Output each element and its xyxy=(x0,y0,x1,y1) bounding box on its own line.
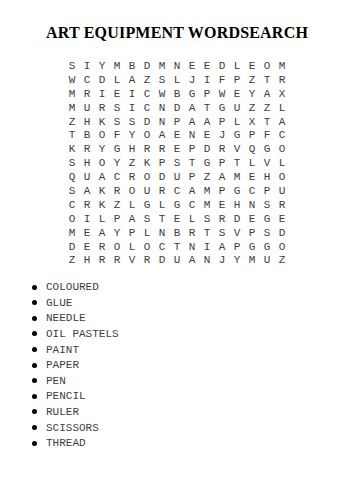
grid-cell: A xyxy=(95,170,110,184)
grid-cell: P xyxy=(245,128,260,142)
grid-cell: G xyxy=(215,101,230,115)
word-label: COLOURED xyxy=(46,281,99,293)
grid-cell: G xyxy=(200,156,215,170)
grid-cell: A xyxy=(95,226,110,240)
grid-cell: Z xyxy=(125,156,140,170)
grid-cell: V xyxy=(230,142,245,156)
grid-cell: H xyxy=(230,198,245,212)
grid-cell: R xyxy=(185,226,200,240)
grid-cell: A xyxy=(260,87,275,101)
grid-cell: O xyxy=(95,128,110,142)
grid-cell: U xyxy=(170,170,185,184)
grid-cell: A xyxy=(125,73,140,87)
grid-cell: J xyxy=(215,253,230,267)
grid-cell: G xyxy=(260,240,275,254)
grid-cell: O xyxy=(275,170,290,184)
grid-cell: L xyxy=(185,212,200,226)
grid-cell: K xyxy=(140,156,155,170)
bullet-icon xyxy=(32,394,37,399)
grid-cell: E xyxy=(230,87,245,101)
word-label: OIL PASTELS xyxy=(46,328,119,340)
grid-cell: J xyxy=(185,73,200,87)
grid-cell: S xyxy=(65,59,80,73)
grid-cell: E xyxy=(275,212,290,226)
grid-cell: T xyxy=(260,73,275,87)
word-label: PENCIL xyxy=(46,390,86,402)
grid-cell: M xyxy=(275,59,290,73)
grid-cell: L xyxy=(125,240,140,254)
grid-cell: K xyxy=(95,115,110,129)
grid-cell: J xyxy=(215,128,230,142)
grid-cell: N xyxy=(155,226,170,240)
grid-cell: P xyxy=(125,226,140,240)
word-list-item: PEN xyxy=(32,373,354,389)
grid-cell: X xyxy=(245,115,260,129)
grid-cell: C xyxy=(140,87,155,101)
grid-cell: A xyxy=(215,170,230,184)
grid-cell: P xyxy=(185,170,200,184)
grid-cell: G xyxy=(260,212,275,226)
grid-cell: T xyxy=(200,226,215,240)
grid-cell: Q xyxy=(65,170,80,184)
grid-cell: O xyxy=(95,156,110,170)
grid-cell: M xyxy=(245,253,260,267)
bullet-icon xyxy=(32,347,37,352)
grid-cell: V xyxy=(230,226,245,240)
grid-cell: S xyxy=(215,226,230,240)
grid-cell: R xyxy=(140,253,155,267)
grid-cell: N xyxy=(155,101,170,115)
grid-cell: Z xyxy=(275,253,290,267)
grid-cell: W xyxy=(65,73,80,87)
grid-cell: D xyxy=(155,253,170,267)
grid-cell: S xyxy=(110,101,125,115)
grid-cell: W xyxy=(215,87,230,101)
bullet-icon xyxy=(32,378,37,383)
grid-cell: C xyxy=(170,184,185,198)
word-label: PAINT xyxy=(46,344,79,356)
grid-cell: M xyxy=(200,184,215,198)
bullet-icon xyxy=(32,300,37,305)
grid-cell: S xyxy=(170,156,185,170)
word-list-item: COLOURED xyxy=(32,279,354,295)
grid-cell: R xyxy=(80,142,95,156)
grid-cell: D xyxy=(95,73,110,87)
grid-cell: O xyxy=(275,142,290,156)
grid-cell: G xyxy=(185,87,200,101)
grid-cell: Q xyxy=(245,142,260,156)
grid-cell: L xyxy=(275,156,290,170)
grid-cell: H xyxy=(260,170,275,184)
word-label: GLUE xyxy=(46,297,72,309)
grid-cell: L xyxy=(125,198,140,212)
grid-cell: D xyxy=(140,115,155,129)
grid-cell: U xyxy=(275,184,290,198)
bullet-icon xyxy=(32,363,37,368)
grid-cell: C xyxy=(140,101,155,115)
grid-cell: T xyxy=(260,115,275,129)
grid-cell: I xyxy=(125,87,140,101)
grid-cell: S xyxy=(65,156,80,170)
grid-cell: P xyxy=(110,212,125,226)
grid-cell: K xyxy=(95,184,110,198)
grid-cell: Z xyxy=(65,253,80,267)
grid-cell: C xyxy=(185,198,200,212)
grid-cell: E xyxy=(170,212,185,226)
grid-cell: Z xyxy=(260,101,275,115)
grid-cell: E xyxy=(80,226,95,240)
grid-cell: C xyxy=(110,170,125,184)
bullet-icon xyxy=(32,425,37,430)
grid-cell: C xyxy=(80,73,95,87)
grid-cell: R xyxy=(80,198,95,212)
grid-cell: S xyxy=(200,212,215,226)
grid-cell: O xyxy=(260,59,275,73)
grid-cell: N xyxy=(170,59,185,73)
word-label: THREAD xyxy=(46,437,86,449)
grid-cell: L xyxy=(230,59,245,73)
grid-cell: S xyxy=(110,115,125,129)
puzzle-title: ART EQUIPMENT WORDSEARCH xyxy=(0,0,354,42)
grid-cell: I xyxy=(200,73,215,87)
grid-cell: R xyxy=(275,198,290,212)
grid-cell: R xyxy=(110,184,125,198)
grid-cell: S xyxy=(260,226,275,240)
bullet-icon xyxy=(32,409,37,414)
grid-cell: O xyxy=(140,128,155,142)
grid-cell: D xyxy=(200,142,215,156)
grid-cell: E xyxy=(200,59,215,73)
grid-cell: R xyxy=(215,142,230,156)
worksheet-page: ART EQUIPMENT WORDSEARCH SIYMBDMNEEDLEOM… xyxy=(0,0,354,500)
grid-cell: P xyxy=(230,73,245,87)
grid-cell: R xyxy=(95,253,110,267)
grid-cell: P xyxy=(245,226,260,240)
word-list-item: OIL PASTELS xyxy=(32,326,354,342)
grid-cell: Y xyxy=(95,59,110,73)
grid-cell: A xyxy=(275,115,290,129)
word-list: COLOUREDGLUENEEDLEOIL PASTELSPAINTPAPERP… xyxy=(0,279,354,451)
grid-cell: N xyxy=(185,240,200,254)
grid-cell: G xyxy=(260,142,275,156)
word-list-item: PAPER xyxy=(32,357,354,373)
grid-cell: P xyxy=(185,142,200,156)
grid-cell: H xyxy=(125,142,140,156)
grid-cell: Z xyxy=(245,101,260,115)
word-list-item: RULER xyxy=(32,404,354,420)
word-label: SCISSORS xyxy=(46,422,99,434)
grid-cell: V xyxy=(260,156,275,170)
grid-cell: N xyxy=(200,253,215,267)
grid-cell: P xyxy=(260,184,275,198)
grid-cell: R xyxy=(155,184,170,198)
word-label: NEEDLE xyxy=(46,312,86,324)
grid-cell: A xyxy=(185,184,200,198)
grid-cell: A xyxy=(185,101,200,115)
grid-cell: S xyxy=(140,212,155,226)
grid-cell: P xyxy=(230,240,245,254)
grid-cell: Z xyxy=(110,198,125,212)
word-label: PEN xyxy=(46,375,66,387)
grid-cell: S xyxy=(155,73,170,87)
grid-cell: M xyxy=(155,59,170,73)
grid-cell: D xyxy=(215,59,230,73)
bullet-icon xyxy=(32,285,37,290)
grid-cell: D xyxy=(65,240,80,254)
grid-cell: X xyxy=(275,87,290,101)
grid-cell: Z xyxy=(200,170,215,184)
grid-cell: B xyxy=(170,226,185,240)
grid-cell: W xyxy=(155,87,170,101)
grid-cell: E xyxy=(170,142,185,156)
grid-cell: E xyxy=(185,59,200,73)
bullet-icon xyxy=(32,316,37,321)
grid-cell: Z xyxy=(65,115,80,129)
grid-cell: L xyxy=(245,156,260,170)
grid-cell: K xyxy=(95,198,110,212)
grid-cell: R xyxy=(140,142,155,156)
grid-cell: I xyxy=(125,101,140,115)
bullet-icon xyxy=(32,331,37,336)
grid-cell: Y xyxy=(110,156,125,170)
grid-cell: A xyxy=(125,212,140,226)
grid-cell: L xyxy=(95,212,110,226)
grid-cell: Y xyxy=(95,142,110,156)
grid-cell: R xyxy=(110,253,125,267)
grid-cell: O xyxy=(125,184,140,198)
grid-cell: R xyxy=(95,101,110,115)
grid-cell: U xyxy=(80,170,95,184)
grid-cell: G xyxy=(110,142,125,156)
grid-cell: R xyxy=(275,73,290,87)
grid-cell: E xyxy=(200,128,215,142)
grid-cell: C xyxy=(245,184,260,198)
grid-cell: S xyxy=(65,184,80,198)
grid-cell: A xyxy=(215,240,230,254)
grid-cell: D xyxy=(230,212,245,226)
grid-cell: N xyxy=(185,128,200,142)
grid-cell: L xyxy=(155,198,170,212)
grid-cell: P xyxy=(215,184,230,198)
grid-cell: O xyxy=(110,240,125,254)
grid-cell: O xyxy=(65,212,80,226)
grid-cell: E xyxy=(245,59,260,73)
grid-cell: M xyxy=(65,87,80,101)
grid-cell: L xyxy=(170,73,185,87)
grid-cell: V xyxy=(125,253,140,267)
grid-cell: Y xyxy=(110,226,125,240)
word-list-item: SCISSORS xyxy=(32,420,354,436)
grid-cell: O xyxy=(140,170,155,184)
word-list-item: PENCIL xyxy=(32,389,354,405)
bullet-icon xyxy=(32,441,37,446)
grid-cell: A xyxy=(185,253,200,267)
grid-cell: E xyxy=(245,170,260,184)
grid-cell: G xyxy=(170,198,185,212)
grid-cell: C xyxy=(275,128,290,142)
grid-cell: R xyxy=(95,240,110,254)
grid-cell: L xyxy=(140,226,155,240)
grid-cell: R xyxy=(155,142,170,156)
grid-cell: D xyxy=(275,226,290,240)
grid-cell: I xyxy=(95,87,110,101)
grid-cell: T xyxy=(200,101,215,115)
grid-cell: P xyxy=(200,87,215,101)
grid-cell: Y xyxy=(245,87,260,101)
word-label: RULER xyxy=(46,406,79,418)
grid-cell: E xyxy=(80,240,95,254)
grid-cell: K xyxy=(65,142,80,156)
grid-cell: H xyxy=(80,156,95,170)
grid-cell: B xyxy=(125,59,140,73)
grid-cell: E xyxy=(170,128,185,142)
grid-cell: U xyxy=(230,101,245,115)
grid-cell: F xyxy=(110,128,125,142)
grid-cell: M xyxy=(230,170,245,184)
grid-cell: G xyxy=(230,128,245,142)
grid-cell: G xyxy=(140,198,155,212)
grid-cell: A xyxy=(185,115,200,129)
grid-cell: H xyxy=(80,253,95,267)
grid-cell: G xyxy=(245,240,260,254)
grid-cell: C xyxy=(155,240,170,254)
grid-cell: U xyxy=(140,184,155,198)
grid-cell: D xyxy=(155,170,170,184)
grid-cell: N xyxy=(245,198,260,212)
grid-cell: T xyxy=(65,128,80,142)
grid-cell: Z xyxy=(140,73,155,87)
grid-cell: A xyxy=(200,115,215,129)
grid-cell: I xyxy=(80,212,95,226)
grid-cell: L xyxy=(110,73,125,87)
grid-cell: M xyxy=(65,226,80,240)
word-list-item: NEEDLE xyxy=(32,311,354,327)
grid-cell: D xyxy=(170,101,185,115)
grid-cell: U xyxy=(170,253,185,267)
grid-cell: P xyxy=(215,156,230,170)
grid-cell: O xyxy=(275,240,290,254)
grid-cell: B xyxy=(170,87,185,101)
word-list-item: GLUE xyxy=(32,295,354,311)
grid-cell: P xyxy=(215,115,230,129)
grid-cell: Z xyxy=(245,73,260,87)
grid-cell: H xyxy=(80,115,95,129)
grid-cell: P xyxy=(155,156,170,170)
grid-cell: U xyxy=(260,253,275,267)
grid-cell: R xyxy=(125,170,140,184)
wordsearch-grid: SIYMBDMNEEDLEOMWCDLAZSLJIFPZTRMRIEICWBGP… xyxy=(65,59,290,267)
grid-cell: M xyxy=(110,59,125,73)
grid-cell: T xyxy=(230,156,245,170)
grid-cell: T xyxy=(185,156,200,170)
grid-cell: Y xyxy=(125,128,140,142)
grid-cell: N xyxy=(155,115,170,129)
grid-cell: F xyxy=(260,128,275,142)
grid-cell: S xyxy=(260,198,275,212)
grid-cell: A xyxy=(80,184,95,198)
grid-cell: E xyxy=(215,198,230,212)
grid-cell: Y xyxy=(230,253,245,267)
grid-cell: I xyxy=(200,240,215,254)
grid-cell: O xyxy=(140,240,155,254)
grid-cell: L xyxy=(230,115,245,129)
grid-cell: B xyxy=(80,128,95,142)
word-label: PAPER xyxy=(46,359,79,371)
word-list-item: PAINT xyxy=(32,342,354,358)
grid-cell: R xyxy=(80,87,95,101)
grid-cell: T xyxy=(170,240,185,254)
word-list-item: THREAD xyxy=(32,435,354,451)
grid-cell: D xyxy=(140,59,155,73)
grid-cell: E xyxy=(110,87,125,101)
grid-cell: G xyxy=(230,184,245,198)
grid-cell: S xyxy=(125,115,140,129)
grid-cell: P xyxy=(170,115,185,129)
grid-cell: L xyxy=(275,101,290,115)
grid-cell: E xyxy=(245,212,260,226)
grid-cell: C xyxy=(65,198,80,212)
grid-cell: A xyxy=(155,128,170,142)
grid-cell: M xyxy=(200,198,215,212)
grid-cell: T xyxy=(155,212,170,226)
grid-cell: R xyxy=(215,212,230,226)
grid-cell: M xyxy=(65,101,80,115)
grid-cell: F xyxy=(215,73,230,87)
grid-cell: I xyxy=(80,59,95,73)
grid-cell: U xyxy=(80,101,95,115)
